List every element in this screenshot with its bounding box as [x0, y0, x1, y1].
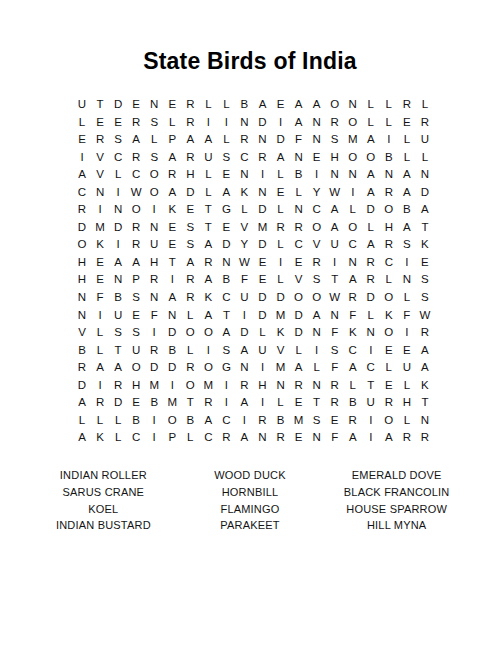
- grid-cell-r20c1: A: [73, 429, 91, 447]
- grid-cell-r5c16: N: [344, 166, 362, 184]
- grid-cell-r15c9: S: [217, 342, 235, 360]
- grid-cell-r18c14: T: [308, 394, 326, 412]
- grid-cell-r6c7: D: [181, 184, 199, 202]
- grid-cell-r18c16: B: [344, 394, 362, 412]
- grid-cell-r1c16: N: [344, 96, 362, 114]
- grid-cell-r4c10: C: [235, 149, 253, 167]
- grid-cell-r5c10: N: [235, 166, 253, 184]
- word-list-item: INDIAN ROLLER: [30, 467, 177, 484]
- grid-cell-r12c16: R: [344, 289, 362, 307]
- grid-cell-r11c4: P: [127, 271, 145, 289]
- grid-cell-r19c2: L: [91, 412, 109, 430]
- grid-cell-r2c1: L: [73, 114, 91, 132]
- grid-cell-r4c11: R: [253, 149, 271, 167]
- grid-cell-r14c1: V: [73, 324, 91, 342]
- grid-cell-r5c14: I: [308, 166, 326, 184]
- grid-cell-r8c3: D: [109, 219, 127, 237]
- word-list-item: HILL MYNA: [323, 517, 470, 534]
- grid-cell-r6c12: E: [272, 184, 290, 202]
- grid-cell-r14c20: R: [416, 324, 434, 342]
- word-list: INDIAN ROLLERSARUS CRANEKOELINDIAN BUSTA…: [30, 467, 470, 534]
- grid-cell-r13c7: L: [181, 307, 199, 325]
- grid-cell-r13c5: F: [145, 307, 163, 325]
- grid-cell-r2c19: E: [398, 114, 416, 132]
- grid-cell-r6c16: I: [344, 184, 362, 202]
- grid-cell-r8c1: D: [73, 219, 91, 237]
- grid-cell-r14c10: D: [235, 324, 253, 342]
- grid-cell-r12c4: S: [127, 289, 145, 307]
- grid-cell-r12c10: U: [235, 289, 253, 307]
- grid-cell-r11c7: R: [181, 271, 199, 289]
- grid-cell-r16c11: I: [253, 359, 271, 377]
- grid-cell-r13c12: M: [272, 307, 290, 325]
- grid-cell-r17c15: R: [326, 377, 344, 395]
- grid-cell-r1c12: E: [272, 96, 290, 114]
- word-list-column-1: INDIAN ROLLERSARUS CRANEKOELINDIAN BUSTA…: [30, 467, 177, 534]
- grid-cell-r18c19: H: [398, 394, 416, 412]
- grid-cell-r11c17: R: [362, 271, 380, 289]
- grid-cell-r5c7: H: [181, 166, 199, 184]
- grid-cell-r13c9: T: [217, 307, 235, 325]
- grid-cell-r13c15: N: [326, 307, 344, 325]
- grid-cell-r11c9: B: [217, 271, 235, 289]
- grid-cell-r4c3: C: [109, 149, 127, 167]
- grid-cell-r4c7: R: [181, 149, 199, 167]
- grid-cell-r6c9: A: [217, 184, 235, 202]
- grid-cell-r19c13: M: [290, 412, 308, 430]
- grid-cell-r13c4: E: [127, 307, 145, 325]
- grid-cell-r15c8: I: [199, 342, 217, 360]
- grid-cell-r20c6: P: [163, 429, 181, 447]
- grid-cell-r2c14: N: [308, 114, 326, 132]
- grid-cell-r4c18: B: [380, 149, 398, 167]
- grid-cell-r13c13: D: [290, 307, 308, 325]
- grid-cell-r17c18: E: [380, 377, 398, 395]
- puzzle-title: State Birds of India: [0, 48, 500, 75]
- grid-cell-r6c18: R: [380, 184, 398, 202]
- grid-cell-r19c3: L: [109, 412, 127, 430]
- grid-cell-r1c5: N: [145, 96, 163, 114]
- grid-cell-r20c3: L: [109, 429, 127, 447]
- grid-cell-r1c20: L: [416, 96, 434, 114]
- grid-cell-r11c10: F: [235, 271, 253, 289]
- grid-cell-r12c11: D: [253, 289, 271, 307]
- grid-cell-r18c3: D: [109, 394, 127, 412]
- grid-cell-r8c15: A: [326, 219, 344, 237]
- grid-cell-r1c9: L: [217, 96, 235, 114]
- grid-cell-r13c18: K: [380, 307, 398, 325]
- grid-cell-r15c7: L: [181, 342, 199, 360]
- grid-cell-r1c17: L: [362, 96, 380, 114]
- grid-cell-r8c6: E: [163, 219, 181, 237]
- grid-cell-r12c13: O: [290, 289, 308, 307]
- grid-cell-r4c1: I: [73, 149, 91, 167]
- grid-cell-r10c2: E: [91, 254, 109, 272]
- grid-cell-r20c15: F: [326, 429, 344, 447]
- grid-cell-r12c1: N: [73, 289, 91, 307]
- grid-cell-r18c12: L: [272, 394, 290, 412]
- grid-cell-r19c8: A: [199, 412, 217, 430]
- grid-cell-r5c13: B: [290, 166, 308, 184]
- grid-cell-r3c14: N: [308, 131, 326, 149]
- grid-cell-r4c15: H: [326, 149, 344, 167]
- grid-cell-r16c10: N: [235, 359, 253, 377]
- grid-cell-r2c18: L: [380, 114, 398, 132]
- grid-cell-r3c16: M: [344, 131, 362, 149]
- grid-cell-r5c20: N: [416, 166, 434, 184]
- grid-cell-r17c14: N: [308, 377, 326, 395]
- grid-cell-r13c3: U: [109, 307, 127, 325]
- grid-cell-r10c1: H: [73, 254, 91, 272]
- grid-cell-r20c20: R: [416, 429, 434, 447]
- grid-cell-r8c5: N: [145, 219, 163, 237]
- grid-cell-r12c12: D: [272, 289, 290, 307]
- grid-cell-r2c20: R: [416, 114, 434, 132]
- grid-cell-r16c16: A: [344, 359, 362, 377]
- grid-cell-r11c15: T: [326, 271, 344, 289]
- grid-cell-r10c17: R: [362, 254, 380, 272]
- grid-cell-r7c2: I: [91, 201, 109, 219]
- grid-cell-r4c5: S: [145, 149, 163, 167]
- grid-cell-r14c14: N: [308, 324, 326, 342]
- grid-cell-r10c10: W: [235, 254, 253, 272]
- grid-cell-r6c19: A: [398, 184, 416, 202]
- grid-cell-r3c1: E: [73, 131, 91, 149]
- word-search-grid: UTDENERLLBAEAAONLLRLLEERSLRIINDIANROLLER…: [73, 96, 434, 447]
- grid-cell-r20c13: E: [290, 429, 308, 447]
- grid-cell-r2c5: S: [145, 114, 163, 132]
- grid-cell-r15c1: B: [73, 342, 91, 360]
- grid-cell-r5c5: O: [145, 166, 163, 184]
- grid-cell-r2c8: I: [199, 114, 217, 132]
- grid-cell-r14c3: S: [109, 324, 127, 342]
- grid-cell-r9c8: A: [199, 236, 217, 254]
- grid-cell-r9c14: V: [308, 236, 326, 254]
- grid-cell-r11c20: S: [416, 271, 434, 289]
- grid-cell-r17c4: H: [127, 377, 145, 395]
- grid-cell-r8c20: T: [416, 219, 434, 237]
- grid-cell-r7c1: R: [73, 201, 91, 219]
- grid-cell-r9c12: L: [272, 236, 290, 254]
- grid-cell-r15c19: E: [398, 342, 416, 360]
- grid-cell-r20c17: I: [362, 429, 380, 447]
- grid-cell-r9c5: U: [145, 236, 163, 254]
- grid-cell-r8c11: M: [253, 219, 271, 237]
- grid-cell-r5c18: N: [380, 166, 398, 184]
- grid-cell-r6c8: L: [199, 184, 217, 202]
- word-list-item: EMERALD DOVE: [323, 467, 470, 484]
- grid-cell-r15c15: S: [326, 342, 344, 360]
- grid-cell-r14c2: L: [91, 324, 109, 342]
- grid-cell-r13c20: W: [416, 307, 434, 325]
- grid-cell-r17c19: L: [398, 377, 416, 395]
- word-list-item: PARAKEET: [177, 517, 324, 534]
- grid-cell-r16c19: U: [398, 359, 416, 377]
- grid-cell-r20c18: A: [380, 429, 398, 447]
- grid-cell-r14c12: K: [272, 324, 290, 342]
- grid-cell-r7c19: B: [398, 201, 416, 219]
- grid-cell-r7c14: C: [308, 201, 326, 219]
- grid-cell-r15c2: L: [91, 342, 109, 360]
- grid-cell-r4c19: L: [398, 149, 416, 167]
- grid-cell-r13c8: A: [199, 307, 217, 325]
- grid-cell-r6c4: W: [127, 184, 145, 202]
- grid-cell-r2c7: R: [181, 114, 199, 132]
- grid-cell-r5c15: N: [326, 166, 344, 184]
- word-list-item: HOUSE SPARROW: [323, 501, 470, 518]
- grid-cell-r9c6: E: [163, 236, 181, 254]
- grid-cell-r17c16: L: [344, 377, 362, 395]
- grid-cell-r12c6: A: [163, 289, 181, 307]
- grid-cell-r11c18: L: [380, 271, 398, 289]
- grid-cell-r9c7: S: [181, 236, 199, 254]
- grid-cell-r14c4: S: [127, 324, 145, 342]
- grid-cell-r10c7: A: [181, 254, 199, 272]
- grid-cell-r16c6: D: [163, 359, 181, 377]
- grid-cell-r17c7: O: [181, 377, 199, 395]
- grid-cell-r3c20: U: [416, 131, 434, 149]
- grid-cell-r9c13: C: [290, 236, 308, 254]
- grid-cell-r14c16: K: [344, 324, 362, 342]
- grid-cell-r18c4: E: [127, 394, 145, 412]
- grid-cell-r8c18: H: [380, 219, 398, 237]
- grid-cell-r8c12: R: [272, 219, 290, 237]
- grid-cell-r3c17: A: [362, 131, 380, 149]
- grid-cell-r7c6: K: [163, 201, 181, 219]
- grid-cell-r17c5: M: [145, 377, 163, 395]
- grid-cell-r16c5: D: [145, 359, 163, 377]
- grid-cell-r12c15: W: [326, 289, 344, 307]
- word-list-column-3: EMERALD DOVEBLACK FRANCOLINHOUSE SPARROW…: [323, 467, 470, 534]
- grid-cell-r13c14: A: [308, 307, 326, 325]
- grid-cell-r10c19: I: [398, 254, 416, 272]
- grid-cell-r14c8: O: [199, 324, 217, 342]
- grid-cell-r15c16: C: [344, 342, 362, 360]
- grid-cell-r19c19: L: [398, 412, 416, 430]
- grid-cell-r2c2: E: [91, 114, 109, 132]
- word-list-item: FLAMINGO: [177, 501, 324, 518]
- grid-cell-r20c4: C: [127, 429, 145, 447]
- grid-cell-r15c6: B: [163, 342, 181, 360]
- grid-cell-r11c19: N: [398, 271, 416, 289]
- grid-cell-r3c8: A: [199, 131, 217, 149]
- grid-cell-r19c20: N: [416, 412, 434, 430]
- word-list-item: SARUS CRANE: [30, 484, 177, 501]
- grid-cell-r19c9: C: [217, 412, 235, 430]
- grid-cell-r20c16: A: [344, 429, 362, 447]
- grid-cell-r3c4: A: [127, 131, 145, 149]
- grid-cell-r9c2: K: [91, 236, 109, 254]
- grid-cell-r10c5: H: [145, 254, 163, 272]
- grid-cell-r10c13: E: [290, 254, 308, 272]
- grid-cell-r13c17: L: [362, 307, 380, 325]
- grid-cell-r18c10: A: [235, 394, 253, 412]
- grid-cell-r8c7: S: [181, 219, 199, 237]
- grid-cell-r9c10: Y: [235, 236, 253, 254]
- grid-cell-r7c18: O: [380, 201, 398, 219]
- grid-cell-r4c2: V: [91, 149, 109, 167]
- grid-cell-r17c3: R: [109, 377, 127, 395]
- grid-cell-r20c7: L: [181, 429, 199, 447]
- grid-cell-r6c5: O: [145, 184, 163, 202]
- grid-cell-r16c13: A: [290, 359, 308, 377]
- grid-cell-r17c10: R: [235, 377, 253, 395]
- grid-cell-r19c7: B: [181, 412, 199, 430]
- grid-cell-r14c15: F: [326, 324, 344, 342]
- grid-cell-r15c13: L: [290, 342, 308, 360]
- grid-cell-r18c17: U: [362, 394, 380, 412]
- grid-cell-r19c14: S: [308, 412, 326, 430]
- grid-cell-r4c4: R: [127, 149, 145, 167]
- word-list-column-2: WOOD DUCKHORNBILLFLAMINGOPARAKEET: [177, 467, 324, 534]
- grid-cell-r1c15: O: [326, 96, 344, 114]
- grid-cell-r20c19: R: [398, 429, 416, 447]
- word-list-item: WOOD DUCK: [177, 467, 324, 484]
- grid-cell-r10c8: R: [199, 254, 217, 272]
- grid-cell-r12c18: O: [380, 289, 398, 307]
- grid-cell-r13c10: I: [235, 307, 253, 325]
- grid-cell-r18c7: T: [181, 394, 199, 412]
- grid-cell-r20c10: A: [235, 429, 253, 447]
- grid-cell-r14c5: I: [145, 324, 163, 342]
- grid-cell-r6c20: D: [416, 184, 434, 202]
- grid-cell-r7c5: I: [145, 201, 163, 219]
- grid-cell-r18c5: B: [145, 394, 163, 412]
- grid-cell-r16c8: O: [199, 359, 217, 377]
- grid-cell-r16c1: R: [73, 359, 91, 377]
- grid-cell-r9c15: U: [326, 236, 344, 254]
- grid-cell-r1c7: R: [181, 96, 199, 114]
- grid-cell-r7c20: A: [416, 201, 434, 219]
- grid-cell-r1c10: B: [235, 96, 253, 114]
- grid-cell-r16c3: A: [109, 359, 127, 377]
- grid-cell-r3c2: R: [91, 131, 109, 149]
- grid-cell-r5c3: L: [109, 166, 127, 184]
- grid-cell-r4c6: A: [163, 149, 181, 167]
- grid-cell-r2c15: R: [326, 114, 344, 132]
- grid-cell-r18c8: R: [199, 394, 217, 412]
- grid-cell-r2c11: D: [253, 114, 271, 132]
- grid-cell-r17c9: I: [217, 377, 235, 395]
- grid-cell-r3c19: L: [398, 131, 416, 149]
- grid-cell-r9c9: D: [217, 236, 235, 254]
- grid-cell-r11c2: E: [91, 271, 109, 289]
- grid-cell-r4c8: U: [199, 149, 217, 167]
- grid-cell-r6c3: I: [109, 184, 127, 202]
- grid-cell-r8c4: R: [127, 219, 145, 237]
- grid-cell-r14c9: A: [217, 324, 235, 342]
- grid-cell-r3c9: L: [217, 131, 235, 149]
- grid-cell-r17c12: N: [272, 377, 290, 395]
- grid-cell-r7c15: A: [326, 201, 344, 219]
- grid-cell-r11c16: A: [344, 271, 362, 289]
- grid-cell-r6c11: N: [253, 184, 271, 202]
- grid-cell-r19c1: L: [73, 412, 91, 430]
- grid-cell-r12c2: F: [91, 289, 109, 307]
- grid-cell-r11c12: L: [272, 271, 290, 289]
- grid-cell-r6c13: L: [290, 184, 308, 202]
- grid-cell-r2c6: L: [163, 114, 181, 132]
- grid-cell-r1c19: R: [398, 96, 416, 114]
- word-list-item: HORNBILL: [177, 484, 324, 501]
- grid-cell-r16c18: L: [380, 359, 398, 377]
- grid-cell-r3c6: P: [163, 131, 181, 149]
- grid-cell-r3c3: S: [109, 131, 127, 149]
- grid-cell-r10c3: A: [109, 254, 127, 272]
- grid-cell-r15c11: U: [253, 342, 271, 360]
- grid-cell-r9c11: D: [253, 236, 271, 254]
- grid-cell-r13c6: N: [163, 307, 181, 325]
- grid-cell-r12c7: R: [181, 289, 199, 307]
- grid-cell-r12c17: D: [362, 289, 380, 307]
- grid-cell-r1c11: A: [253, 96, 271, 114]
- grid-cell-r2c3: E: [109, 114, 127, 132]
- grid-cell-r9c19: S: [398, 236, 416, 254]
- grid-cell-r14c7: O: [181, 324, 199, 342]
- grid-cell-r15c18: E: [380, 342, 398, 360]
- grid-cell-r5c19: A: [398, 166, 416, 184]
- grid-cell-r16c20: A: [416, 359, 434, 377]
- grid-cell-r11c14: S: [308, 271, 326, 289]
- grid-cell-r7c3: N: [109, 201, 127, 219]
- puzzle-page: State Birds of India UTDENERLLBAEAAONLLR…: [0, 0, 500, 647]
- grid-cell-r14c19: I: [398, 324, 416, 342]
- grid-cell-r4c16: O: [344, 149, 362, 167]
- grid-cell-r5c2: V: [91, 166, 109, 184]
- grid-cell-r15c14: I: [308, 342, 326, 360]
- grid-cell-r18c13: E: [290, 394, 308, 412]
- grid-cell-r17c20: K: [416, 377, 434, 395]
- grid-cell-r4c12: A: [272, 149, 290, 167]
- grid-cell-r20c9: R: [217, 429, 235, 447]
- grid-cell-r8c16: O: [344, 219, 362, 237]
- grid-cell-r3c15: S: [326, 131, 344, 149]
- grid-cell-r1c18: L: [380, 96, 398, 114]
- grid-cell-r3c7: A: [181, 131, 199, 149]
- grid-cell-r18c20: T: [416, 394, 434, 412]
- grid-cell-r10c15: I: [326, 254, 344, 272]
- grid-cell-r16c4: O: [127, 359, 145, 377]
- grid-cell-r6c15: W: [326, 184, 344, 202]
- grid-cell-r16c9: G: [217, 359, 235, 377]
- grid-cell-r8c19: A: [398, 219, 416, 237]
- grid-cell-r12c9: C: [217, 289, 235, 307]
- grid-cell-r11c11: E: [253, 271, 271, 289]
- grid-cell-r7c16: L: [344, 201, 362, 219]
- grid-cell-r5c4: C: [127, 166, 145, 184]
- grid-cell-r5c17: A: [362, 166, 380, 184]
- grid-cell-r12c3: B: [109, 289, 127, 307]
- grid-cell-r18c2: R: [91, 394, 109, 412]
- grid-cell-r3c12: D: [272, 131, 290, 149]
- grid-cell-r19c6: O: [163, 412, 181, 430]
- grid-cell-r17c1: D: [73, 377, 91, 395]
- grid-cell-r8c17: L: [362, 219, 380, 237]
- grid-cell-r6c10: K: [235, 184, 253, 202]
- grid-cell-r9c1: O: [73, 236, 91, 254]
- grid-cell-r10c6: T: [163, 254, 181, 272]
- grid-cell-r9c3: I: [109, 236, 127, 254]
- grid-cell-r16c2: A: [91, 359, 109, 377]
- grid-cell-r4c17: O: [362, 149, 380, 167]
- grid-cell-r13c2: I: [91, 307, 109, 325]
- grid-cell-r1c2: T: [91, 96, 109, 114]
- grid-cell-r13c11: D: [253, 307, 271, 325]
- grid-cell-r1c1: U: [73, 96, 91, 114]
- grid-cell-r7c12: L: [272, 201, 290, 219]
- grid-cell-r7c17: D: [362, 201, 380, 219]
- grid-cell-r1c6: E: [163, 96, 181, 114]
